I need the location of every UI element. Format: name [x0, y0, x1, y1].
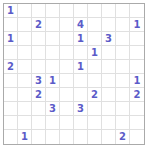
- cell-r7c2[interactable]: [18, 88, 32, 102]
- cell-r5c3[interactable]: [32, 60, 46, 74]
- cell-r1c9[interactable]: [116, 4, 130, 18]
- cell-r5c10[interactable]: [130, 60, 144, 74]
- cell-r6c5[interactable]: [60, 74, 74, 88]
- cell-r5c9[interactable]: [116, 60, 130, 74]
- clue-cell-r3c6[interactable]: 1: [74, 32, 88, 46]
- cell-r3c5[interactable]: [60, 32, 74, 46]
- cell-r1c8[interactable]: [102, 4, 116, 18]
- cell-r2c8[interactable]: [102, 18, 116, 32]
- cell-r4c8[interactable]: [102, 46, 116, 60]
- clue-cell-r6c3[interactable]: 3: [32, 74, 46, 88]
- clue-cell-r6c10[interactable]: 1: [130, 74, 144, 88]
- cell-r5c2[interactable]: [18, 60, 32, 74]
- cell-r9c1[interactable]: [4, 116, 18, 130]
- cell-r3c3[interactable]: [32, 32, 46, 46]
- cell-r6c9[interactable]: [116, 74, 130, 88]
- clue-cell-r2c6[interactable]: 4: [74, 18, 88, 32]
- cell-r3c4[interactable]: [46, 32, 60, 46]
- cell-r9c5[interactable]: [60, 116, 74, 130]
- clue-cell-r8c6[interactable]: 3: [74, 102, 88, 116]
- cell-r10c5[interactable]: [60, 130, 74, 144]
- cell-r7c1[interactable]: [4, 88, 18, 102]
- cell-r3c7[interactable]: [88, 32, 102, 46]
- cell-r10c3[interactable]: [32, 130, 46, 144]
- cell-r9c9[interactable]: [116, 116, 130, 130]
- cell-r4c9[interactable]: [116, 46, 130, 60]
- cell-r5c5[interactable]: [60, 60, 74, 74]
- cell-r8c3[interactable]: [32, 102, 46, 116]
- cell-r1c10[interactable]: [130, 4, 144, 18]
- cell-r10c1[interactable]: [4, 130, 18, 144]
- clue-cell-r7c10[interactable]: 2: [130, 88, 144, 102]
- cell-r10c10[interactable]: [130, 130, 144, 144]
- cell-r5c4[interactable]: [46, 60, 60, 74]
- cell-r2c5[interactable]: [60, 18, 74, 32]
- cell-r6c6[interactable]: [74, 74, 88, 88]
- cell-r2c1[interactable]: [4, 18, 18, 32]
- cell-r3c10[interactable]: [130, 32, 144, 46]
- clue-cell-r10c9[interactable]: 2: [116, 130, 130, 144]
- cell-r4c2[interactable]: [18, 46, 32, 60]
- cell-r1c2[interactable]: [18, 4, 32, 18]
- cell-r9c7[interactable]: [88, 116, 102, 130]
- cell-r4c3[interactable]: [32, 46, 46, 60]
- cell-r10c4[interactable]: [46, 130, 60, 144]
- cell-r9c2[interactable]: [18, 116, 32, 130]
- cell-r7c4[interactable]: [46, 88, 60, 102]
- puzzle-board: 12411131213112223312: [3, 3, 145, 145]
- cell-r7c5[interactable]: [60, 88, 74, 102]
- cell-r8c1[interactable]: [4, 102, 18, 116]
- clue-cell-r5c1[interactable]: 2: [4, 60, 18, 74]
- cell-r9c10[interactable]: [130, 116, 144, 130]
- cell-r10c6[interactable]: [74, 130, 88, 144]
- cell-r8c8[interactable]: [102, 102, 116, 116]
- cell-r4c10[interactable]: [130, 46, 144, 60]
- cell-r9c6[interactable]: [74, 116, 88, 130]
- cell-r1c4[interactable]: [46, 4, 60, 18]
- cell-r7c9[interactable]: [116, 88, 130, 102]
- cell-r8c7[interactable]: [88, 102, 102, 116]
- cell-r9c4[interactable]: [46, 116, 60, 130]
- cell-r6c7[interactable]: [88, 74, 102, 88]
- cell-r8c5[interactable]: [60, 102, 74, 116]
- cell-r8c2[interactable]: [18, 102, 32, 116]
- cell-r5c8[interactable]: [102, 60, 116, 74]
- clue-cell-r3c1[interactable]: 1: [4, 32, 18, 46]
- cell-r2c2[interactable]: [18, 18, 32, 32]
- cell-r4c5[interactable]: [60, 46, 74, 60]
- cell-r4c1[interactable]: [4, 46, 18, 60]
- clue-cell-r8c4[interactable]: 3: [46, 102, 60, 116]
- cell-r4c6[interactable]: [74, 46, 88, 60]
- clue-cell-r7c3[interactable]: 2: [32, 88, 46, 102]
- cell-r5c7[interactable]: [88, 60, 102, 74]
- clue-cell-r10c2[interactable]: 1: [18, 130, 32, 144]
- clue-cell-r2c10[interactable]: 1: [130, 18, 144, 32]
- clue-cell-r3c8[interactable]: 3: [102, 32, 116, 46]
- cell-r9c3[interactable]: [32, 116, 46, 130]
- cell-r4c4[interactable]: [46, 46, 60, 60]
- cell-r6c2[interactable]: [18, 74, 32, 88]
- cell-r3c9[interactable]: [116, 32, 130, 46]
- cell-r2c7[interactable]: [88, 18, 102, 32]
- cell-r2c4[interactable]: [46, 18, 60, 32]
- cell-r6c1[interactable]: [4, 74, 18, 88]
- clue-cell-r4c7[interactable]: 1: [88, 46, 102, 60]
- clue-cell-r7c7[interactable]: 2: [88, 88, 102, 102]
- clue-cell-r1c1[interactable]: 1: [4, 4, 18, 18]
- cell-r7c6[interactable]: [74, 88, 88, 102]
- cell-r10c7[interactable]: [88, 130, 102, 144]
- cell-r8c9[interactable]: [116, 102, 130, 116]
- cell-r1c3[interactable]: [32, 4, 46, 18]
- cell-r1c6[interactable]: [74, 4, 88, 18]
- clue-cell-r5c6[interactable]: 1: [74, 60, 88, 74]
- clue-cell-r6c4[interactable]: 1: [46, 74, 60, 88]
- cell-r1c5[interactable]: [60, 4, 74, 18]
- cell-r7c8[interactable]: [102, 88, 116, 102]
- clue-cell-r2c3[interactable]: 2: [32, 18, 46, 32]
- cell-r9c8[interactable]: [102, 116, 116, 130]
- cell-r3c2[interactable]: [18, 32, 32, 46]
- cell-r8c10[interactable]: [130, 102, 144, 116]
- cell-r2c9[interactable]: [116, 18, 130, 32]
- cell-r6c8[interactable]: [102, 74, 116, 88]
- cell-r1c7[interactable]: [88, 4, 102, 18]
- cell-r10c8[interactable]: [102, 130, 116, 144]
